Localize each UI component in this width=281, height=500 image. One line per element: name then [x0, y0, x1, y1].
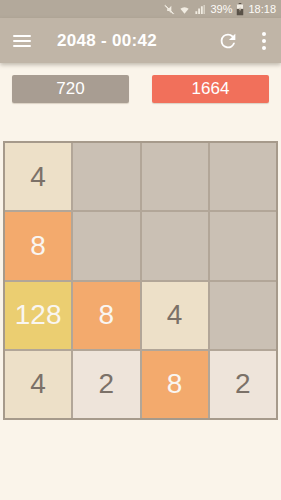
- tile-4: 4: [5, 351, 71, 418]
- mute-icon: [164, 4, 175, 15]
- tile-4: 4: [5, 143, 71, 210]
- tile-2: 2: [210, 351, 276, 418]
- empty-cell: [142, 143, 208, 210]
- empty-cell: [210, 282, 276, 349]
- tile-8: 8: [142, 351, 208, 418]
- score-right: 1664: [152, 75, 269, 103]
- tile-8: 8: [73, 282, 139, 349]
- page-title: 2048 - 00:42: [57, 31, 217, 51]
- empty-cell: [73, 143, 139, 210]
- tile-4: 4: [142, 282, 208, 349]
- app-toolbar: 2048 - 00:42: [0, 18, 281, 63]
- menu-icon[interactable]: [13, 35, 31, 47]
- empty-cell: [210, 143, 276, 210]
- score-panel: 720 1664: [0, 75, 281, 103]
- score-left: 720: [12, 75, 129, 103]
- tile-128: 128: [5, 282, 71, 349]
- tile-8: 8: [5, 212, 71, 279]
- status-bar: 39% 18:18: [0, 0, 281, 18]
- battery-percent: 39%: [210, 3, 232, 15]
- overflow-menu-icon[interactable]: [257, 30, 271, 52]
- empty-cell: [210, 212, 276, 279]
- tile-2: 2: [73, 351, 139, 418]
- refresh-icon[interactable]: [217, 30, 239, 52]
- empty-cell: [142, 212, 208, 279]
- wifi-icon: [179, 4, 190, 15]
- signal-icon: [194, 4, 206, 15]
- battery-icon: [236, 3, 244, 16]
- status-time: 18:18: [248, 3, 276, 15]
- board-grid[interactable]: 48128844282: [3, 141, 278, 420]
- empty-cell: [73, 212, 139, 279]
